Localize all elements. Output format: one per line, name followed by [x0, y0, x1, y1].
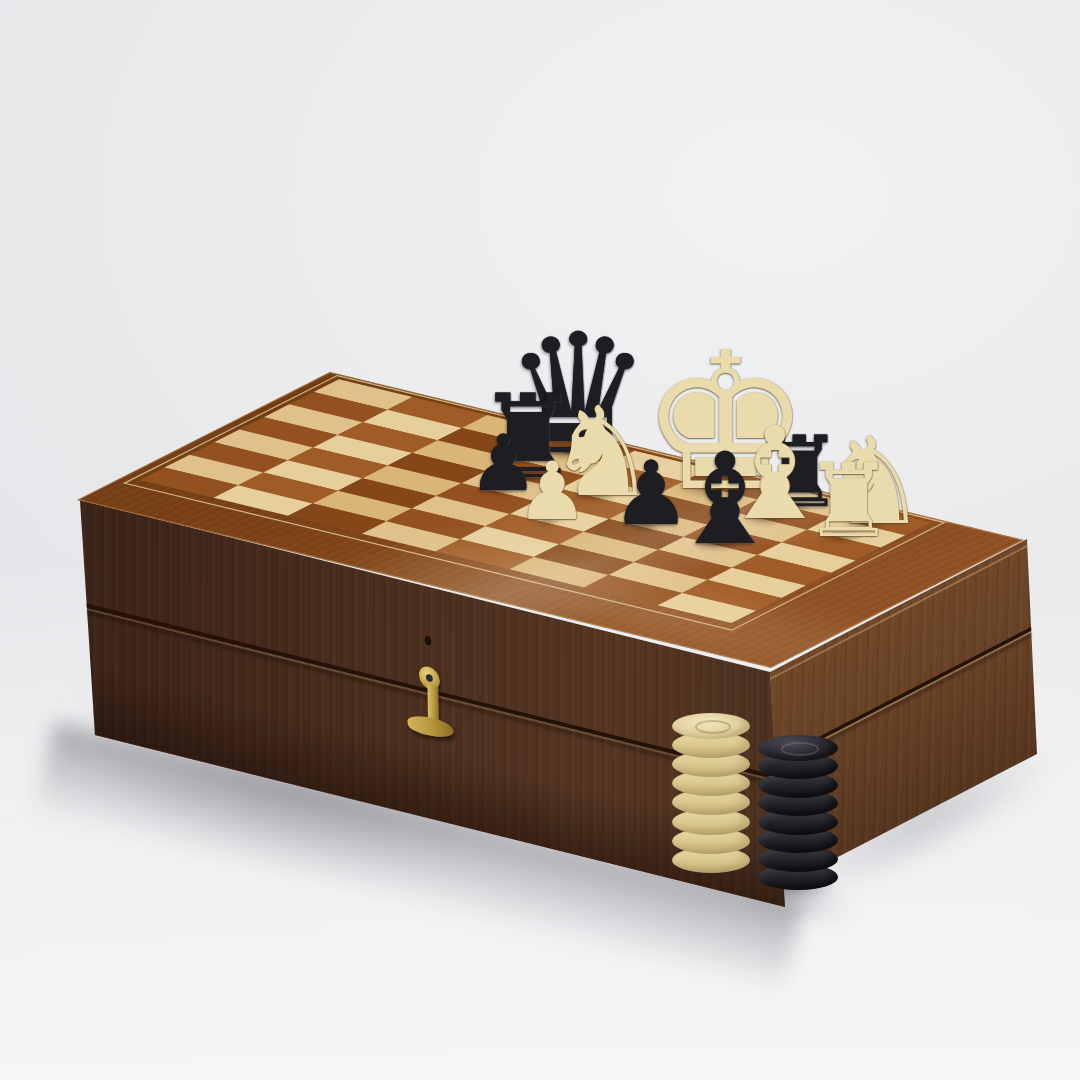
- checker-top-ring: [781, 742, 819, 756]
- latch-screw: [426, 673, 433, 682]
- studio-scene: ♛♚♜♞♝♜♜♞♟♟♝♟: [0, 0, 1080, 1080]
- checker-disk: [672, 713, 750, 739]
- checker-top-ring: [695, 720, 732, 734]
- checkers-stack-dark: [758, 735, 838, 891]
- brass-latch-hook: [406, 714, 454, 740]
- keyhole: [424, 635, 432, 646]
- checkers-stack-light: [672, 713, 750, 873]
- checker-disk: [758, 735, 838, 761]
